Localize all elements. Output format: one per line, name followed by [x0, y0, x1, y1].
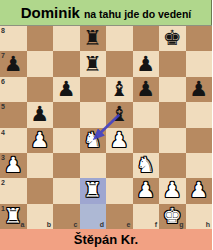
file-label-e: e: [127, 221, 131, 228]
square-h6[interactable]: ♟: [186, 77, 213, 102]
piece-white-pawn-e4[interactable]: ♟: [106, 128, 133, 153]
file-label-d: d: [100, 221, 104, 228]
square-e1[interactable]: e: [106, 204, 133, 229]
square-b3[interactable]: [27, 153, 54, 178]
piece-white-rook-a1[interactable]: ♜: [0, 204, 27, 229]
square-h3[interactable]: [186, 153, 213, 178]
piece-white-pawn-g2[interactable]: ♟: [159, 178, 186, 203]
square-g8[interactable]: ♚: [159, 26, 186, 51]
file-label-h: h: [206, 221, 210, 228]
piece-white-pawn-a3[interactable]: ♟: [0, 153, 27, 178]
piece-black-pawn-f6[interactable]: ♟: [133, 77, 160, 102]
rank-label-5: 5: [1, 103, 5, 110]
piece-black-pawn-a7[interactable]: ♟: [0, 51, 27, 76]
square-c6[interactable]: ♟: [53, 77, 80, 102]
piece-black-bishop-e6[interactable]: ♝: [106, 77, 133, 102]
square-a6[interactable]: 6: [0, 77, 27, 102]
chess-board: 8♜♚7♟♜♟6♟♝♟♟5♟♝4♟♞♟3♟♞2♜♟♟♟1a♜bcdefg♚h: [0, 26, 212, 229]
square-d4[interactable]: ♞: [80, 128, 107, 153]
square-b8[interactable]: [27, 26, 54, 51]
square-d1[interactable]: d: [80, 204, 107, 229]
square-h1[interactable]: h: [186, 204, 213, 229]
square-b4[interactable]: ♟: [27, 128, 54, 153]
square-e2[interactable]: [106, 178, 133, 203]
square-e8[interactable]: [106, 26, 133, 51]
rank-label-6: 6: [1, 78, 5, 85]
square-a1[interactable]: 1a♜: [0, 204, 27, 229]
square-f7[interactable]: ♟: [133, 51, 160, 76]
square-a8[interactable]: 8: [0, 26, 27, 51]
square-h8[interactable]: [186, 26, 213, 51]
square-f2[interactable]: ♟: [133, 178, 160, 203]
piece-black-pawn-h6[interactable]: ♟: [186, 77, 213, 102]
file-label-c: c: [74, 221, 78, 228]
square-f3[interactable]: ♞: [133, 153, 160, 178]
square-c7[interactable]: [53, 51, 80, 76]
square-d5[interactable]: [80, 102, 107, 127]
square-h2[interactable]: ♟: [186, 178, 213, 203]
rank-label-4: 4: [1, 129, 5, 136]
rank-label-8: 8: [1, 27, 5, 34]
piece-white-pawn-f2[interactable]: ♟: [133, 178, 160, 203]
header-banner: Dominik na tahu jde do vedení: [0, 0, 212, 26]
square-c1[interactable]: c: [53, 204, 80, 229]
file-label-f: f: [155, 221, 157, 228]
piece-white-knight-d4[interactable]: ♞: [80, 128, 107, 153]
status-text: na tahu jde do vedení: [84, 8, 191, 21]
square-a7[interactable]: 7♟: [0, 51, 27, 76]
square-c4[interactable]: [53, 128, 80, 153]
piece-black-rook-d7[interactable]: ♜: [80, 51, 107, 76]
square-f4[interactable]: [133, 128, 160, 153]
square-d6[interactable]: [80, 77, 107, 102]
square-c5[interactable]: [53, 102, 80, 127]
square-h7[interactable]: [186, 51, 213, 76]
square-b1[interactable]: b: [27, 204, 54, 229]
square-d2[interactable]: ♜: [80, 178, 107, 203]
square-a5[interactable]: 5: [0, 102, 27, 127]
square-e6[interactable]: ♝: [106, 77, 133, 102]
square-g4[interactable]: [159, 128, 186, 153]
piece-black-rook-d8[interactable]: ♜: [80, 26, 107, 51]
player-top-name: Dominik: [21, 4, 80, 22]
square-f1[interactable]: f: [133, 204, 160, 229]
square-c3[interactable]: [53, 153, 80, 178]
piece-white-knight-f3[interactable]: ♞: [133, 153, 160, 178]
square-c8[interactable]: [53, 26, 80, 51]
rank-label-2: 2: [1, 179, 5, 186]
square-g3[interactable]: [159, 153, 186, 178]
square-f6[interactable]: ♟: [133, 77, 160, 102]
square-g2[interactable]: ♟: [159, 178, 186, 203]
square-f8[interactable]: [133, 26, 160, 51]
square-a3[interactable]: 3♟: [0, 153, 27, 178]
square-b5[interactable]: ♟: [27, 102, 54, 127]
square-h5[interactable]: [186, 102, 213, 127]
square-b6[interactable]: [27, 77, 54, 102]
square-e4[interactable]: ♟: [106, 128, 133, 153]
player-bottom-name: Štěpán Kr.: [74, 233, 138, 246]
piece-white-king-g1[interactable]: ♚: [159, 204, 186, 229]
square-e3[interactable]: [106, 153, 133, 178]
piece-white-pawn-h2[interactable]: ♟: [186, 178, 213, 203]
square-e7[interactable]: [106, 51, 133, 76]
piece-white-pawn-b4[interactable]: ♟: [27, 128, 54, 153]
chess-app-window: Dominik na tahu jde do vedení 8♜♚7♟♜♟6♟♝…: [0, 0, 212, 250]
square-g7[interactable]: [159, 51, 186, 76]
file-label-b: b: [47, 221, 51, 228]
piece-black-pawn-b5[interactable]: ♟: [27, 102, 54, 127]
square-h4[interactable]: [186, 128, 213, 153]
square-d7[interactable]: ♜: [80, 51, 107, 76]
piece-black-bishop-e5[interactable]: ♝: [106, 102, 133, 127]
square-a2[interactable]: 2: [0, 178, 27, 203]
square-e5[interactable]: ♝: [106, 102, 133, 127]
piece-black-king-g8[interactable]: ♚: [159, 26, 186, 51]
piece-black-pawn-c6[interactable]: ♟: [53, 77, 80, 102]
square-b2[interactable]: [27, 178, 54, 203]
square-b7[interactable]: [27, 51, 54, 76]
square-d3[interactable]: [80, 153, 107, 178]
footer-banner: Štěpán Kr.: [0, 229, 212, 250]
square-f5[interactable]: [133, 102, 160, 127]
square-g1[interactable]: g♚: [159, 204, 186, 229]
piece-black-pawn-f7[interactable]: ♟: [133, 51, 160, 76]
square-g5[interactable]: [159, 102, 186, 127]
square-a4[interactable]: 4: [0, 128, 27, 153]
piece-white-rook-d2[interactable]: ♜: [80, 178, 107, 203]
square-c2[interactable]: [53, 178, 80, 203]
square-g6[interactable]: [159, 77, 186, 102]
square-d8[interactable]: ♜: [80, 26, 107, 51]
